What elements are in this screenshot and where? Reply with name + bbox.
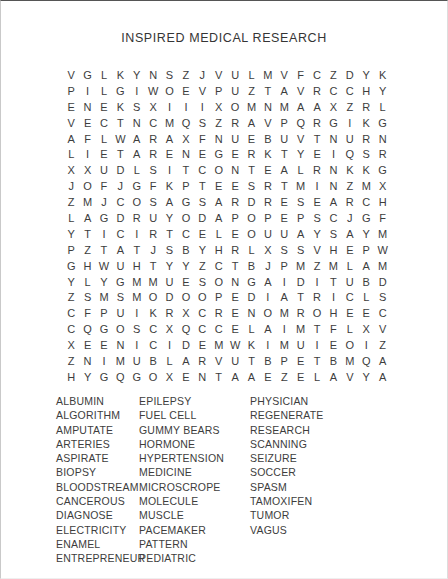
grid-cell[interactable]: M: [342, 353, 358, 369]
grid-cell[interactable]: N: [325, 162, 341, 178]
grid-cell[interactable]: P: [96, 305, 112, 321]
grid-cell[interactable]: N: [79, 99, 95, 115]
grid-cell[interactable]: X: [358, 321, 374, 337]
grid-cell[interactable]: Y: [161, 258, 177, 274]
grid-cell[interactable]: M: [374, 258, 390, 274]
grid-cell[interactable]: J: [145, 242, 161, 258]
grid-cell[interactable]: C: [145, 321, 161, 337]
grid-cell[interactable]: O: [178, 210, 194, 226]
grid-cell[interactable]: I: [260, 337, 276, 353]
grid-cell[interactable]: N: [243, 305, 259, 321]
grid-cell[interactable]: L: [96, 131, 112, 147]
grid-cell[interactable]: Z: [276, 369, 292, 385]
grid-cell[interactable]: Q: [342, 146, 358, 162]
grid-cell[interactable]: D: [178, 337, 194, 353]
grid-cell[interactable]: S: [194, 274, 210, 290]
grid-cell[interactable]: A: [161, 131, 177, 147]
grid-cell[interactable]: P: [211, 83, 227, 99]
grid-cell[interactable]: T: [309, 353, 325, 369]
grid-cell[interactable]: I: [96, 353, 112, 369]
grid-cell[interactable]: P: [292, 210, 308, 226]
grid-cell[interactable]: S: [145, 194, 161, 210]
grid-cell[interactable]: G: [63, 258, 79, 274]
grid-cell[interactable]: I: [129, 226, 145, 242]
grid-cell[interactable]: X: [178, 131, 194, 147]
grid-cell[interactable]: G: [325, 115, 341, 131]
grid-cell[interactable]: M: [96, 289, 112, 305]
grid-cell[interactable]: I: [358, 337, 374, 353]
grid-cell[interactable]: H: [129, 258, 145, 274]
grid-cell[interactable]: P: [276, 353, 292, 369]
grid-cell[interactable]: E: [227, 178, 243, 194]
grid-cell[interactable]: E: [194, 146, 210, 162]
grid-cell[interactable]: H: [325, 305, 341, 321]
grid-cell[interactable]: R: [260, 178, 276, 194]
grid-cell[interactable]: T: [96, 242, 112, 258]
grid-cell[interactable]: C: [325, 210, 341, 226]
grid-cell[interactable]: V: [211, 353, 227, 369]
grid-cell[interactable]: O: [79, 178, 95, 194]
grid-cell[interactable]: C: [309, 67, 325, 83]
grid-cell[interactable]: C: [145, 337, 161, 353]
grid-cell[interactable]: A: [211, 194, 227, 210]
grid-cell[interactable]: I: [161, 162, 177, 178]
grid-cell[interactable]: O: [243, 226, 259, 242]
grid-cell[interactable]: Z: [79, 242, 95, 258]
grid-cell[interactable]: S: [276, 242, 292, 258]
grid-cell[interactable]: P: [276, 258, 292, 274]
grid-cell[interactable]: U: [96, 162, 112, 178]
grid-cell[interactable]: Q: [178, 321, 194, 337]
grid-cell[interactable]: A: [374, 353, 390, 369]
grid-cell[interactable]: K: [243, 337, 259, 353]
grid-cell[interactable]: Y: [358, 67, 374, 83]
grid-cell[interactable]: Y: [79, 369, 95, 385]
grid-cell[interactable]: K: [374, 67, 390, 83]
grid-cell[interactable]: I: [276, 321, 292, 337]
grid-cell[interactable]: H: [325, 242, 341, 258]
grid-cell[interactable]: M: [161, 115, 177, 131]
grid-cell[interactable]: A: [292, 99, 308, 115]
grid-cell[interactable]: G: [374, 162, 390, 178]
grid-cell[interactable]: N: [227, 274, 243, 290]
grid-cell[interactable]: I: [194, 99, 210, 115]
grid-cell[interactable]: N: [260, 99, 276, 115]
grid-cell[interactable]: M: [292, 258, 308, 274]
grid-cell[interactable]: V: [260, 115, 276, 131]
grid-cell[interactable]: C: [194, 321, 210, 337]
grid-cell[interactable]: S: [292, 242, 308, 258]
grid-cell[interactable]: B: [325, 353, 341, 369]
grid-cell[interactable]: Z: [309, 258, 325, 274]
grid-cell[interactable]: D: [112, 210, 128, 226]
grid-cell[interactable]: M: [243, 99, 259, 115]
grid-cell[interactable]: E: [260, 162, 276, 178]
grid-cell[interactable]: Q: [79, 321, 95, 337]
grid-cell[interactable]: S: [161, 67, 177, 83]
grid-cell[interactable]: M: [374, 226, 390, 242]
grid-cell[interactable]: R: [309, 162, 325, 178]
grid-cell[interactable]: U: [260, 226, 276, 242]
grid-cell[interactable]: A: [129, 131, 145, 147]
grid-cell[interactable]: I: [309, 337, 325, 353]
grid-cell[interactable]: P: [358, 242, 374, 258]
grid-cell[interactable]: L: [63, 210, 79, 226]
grid-cell[interactable]: T: [227, 258, 243, 274]
grid-cell[interactable]: L: [243, 242, 259, 258]
grid-cell[interactable]: J: [194, 67, 210, 83]
grid-cell[interactable]: O: [211, 274, 227, 290]
grid-cell[interactable]: J: [112, 178, 128, 194]
grid-cell[interactable]: A: [374, 369, 390, 385]
grid-cell[interactable]: S: [161, 242, 177, 258]
grid-cell[interactable]: E: [276, 210, 292, 226]
grid-cell[interactable]: C: [342, 83, 358, 99]
grid-cell[interactable]: O: [112, 321, 128, 337]
grid-cell[interactable]: G: [243, 274, 259, 290]
grid-cell[interactable]: C: [112, 194, 128, 210]
grid-cell[interactable]: A: [260, 274, 276, 290]
grid-cell[interactable]: R: [211, 305, 227, 321]
grid-cell[interactable]: E: [227, 226, 243, 242]
grid-cell[interactable]: Z: [178, 67, 194, 83]
grid-cell[interactable]: Q: [178, 115, 194, 131]
grid-cell[interactable]: G: [112, 274, 128, 290]
grid-cell[interactable]: P: [260, 210, 276, 226]
grid-cell[interactable]: S: [129, 321, 145, 337]
grid-cell[interactable]: D: [161, 289, 177, 305]
grid-cell[interactable]: Z: [63, 194, 79, 210]
grid-cell[interactable]: C: [112, 226, 128, 242]
grid-cell[interactable]: E: [178, 369, 194, 385]
grid-cell[interactable]: K: [112, 99, 128, 115]
grid-cell[interactable]: Z: [342, 178, 358, 194]
grid-cell[interactable]: G: [374, 115, 390, 131]
grid-cell[interactable]: C: [194, 305, 210, 321]
grid-cell[interactable]: J: [260, 258, 276, 274]
grid-cell[interactable]: Z: [63, 353, 79, 369]
grid-cell[interactable]: Y: [358, 226, 374, 242]
grid-cell[interactable]: R: [145, 146, 161, 162]
grid-cell[interactable]: Y: [309, 226, 325, 242]
grid-cell[interactable]: R: [227, 194, 243, 210]
grid-cell[interactable]: S: [194, 194, 210, 210]
grid-cell[interactable]: L: [292, 162, 308, 178]
grid-cell[interactable]: S: [129, 99, 145, 115]
grid-cell[interactable]: T: [309, 321, 325, 337]
grid-cell[interactable]: L: [79, 274, 95, 290]
grid-cell[interactable]: U: [227, 131, 243, 147]
grid-cell[interactable]: F: [145, 178, 161, 194]
grid-cell[interactable]: Z: [194, 258, 210, 274]
grid-cell[interactable]: S: [243, 178, 259, 194]
grid-cell[interactable]: Y: [374, 83, 390, 99]
grid-cell[interactable]: R: [358, 131, 374, 147]
grid-cell[interactable]: P: [63, 242, 79, 258]
grid-cell[interactable]: Z: [243, 83, 259, 99]
grid-cell[interactable]: L: [243, 67, 259, 83]
grid-cell[interactable]: B: [145, 353, 161, 369]
grid-cell[interactable]: W: [112, 131, 128, 147]
grid-cell[interactable]: T: [161, 226, 177, 242]
grid-cell[interactable]: X: [211, 99, 227, 115]
grid-cell[interactable]: E: [227, 305, 243, 321]
grid-cell[interactable]: E: [79, 115, 95, 131]
grid-cell[interactable]: T: [112, 146, 128, 162]
grid-cell[interactable]: F: [79, 131, 95, 147]
grid-cell[interactable]: U: [292, 337, 308, 353]
grid-cell[interactable]: U: [227, 353, 243, 369]
grid-cell[interactable]: L: [243, 321, 259, 337]
grid-cell[interactable]: A: [243, 115, 259, 131]
grid-cell[interactable]: K: [161, 178, 177, 194]
grid-cell[interactable]: I: [325, 289, 341, 305]
grid-cell[interactable]: B: [260, 353, 276, 369]
grid-cell[interactable]: Y: [63, 226, 79, 242]
grid-cell[interactable]: J: [96, 194, 112, 210]
grid-cell[interactable]: K: [112, 67, 128, 83]
grid-cell[interactable]: M: [276, 99, 292, 115]
grid-cell[interactable]: A: [211, 210, 227, 226]
grid-cell[interactable]: U: [342, 274, 358, 290]
grid-cell[interactable]: D: [243, 289, 259, 305]
grid-cell[interactable]: O: [309, 305, 325, 321]
grid-cell[interactable]: I: [178, 99, 194, 115]
grid-cell[interactable]: T: [178, 162, 194, 178]
grid-cell[interactable]: A: [276, 162, 292, 178]
grid-cell[interactable]: J: [63, 178, 79, 194]
grid-cell[interactable]: S: [374, 289, 390, 305]
grid-cell[interactable]: E: [161, 146, 177, 162]
grid-cell[interactable]: V: [292, 83, 308, 99]
grid-cell[interactable]: A: [129, 146, 145, 162]
grid-cell[interactable]: Z: [325, 67, 341, 83]
grid-cell[interactable]: E: [292, 369, 308, 385]
grid-cell[interactable]: E: [260, 369, 276, 385]
grid-cell[interactable]: I: [79, 146, 95, 162]
grid-cell[interactable]: F: [325, 321, 341, 337]
grid-cell[interactable]: R: [309, 83, 325, 99]
grid-cell[interactable]: G: [79, 67, 95, 83]
grid-cell[interactable]: W: [145, 83, 161, 99]
grid-cell[interactable]: A: [178, 353, 194, 369]
grid-cell[interactable]: E: [96, 99, 112, 115]
grid-cell[interactable]: I: [129, 83, 145, 99]
grid-cell[interactable]: X: [178, 305, 194, 321]
grid-cell[interactable]: M: [276, 305, 292, 321]
grid-cell[interactable]: M: [145, 274, 161, 290]
grid-cell[interactable]: S: [79, 289, 95, 305]
grid-cell[interactable]: M: [260, 67, 276, 83]
grid-cell[interactable]: L: [96, 67, 112, 83]
grid-cell[interactable]: R: [260, 194, 276, 210]
grid-cell[interactable]: F: [96, 178, 112, 194]
grid-cell[interactable]: O: [145, 369, 161, 385]
grid-cell[interactable]: L: [374, 99, 390, 115]
grid-cell[interactable]: C: [145, 115, 161, 131]
grid-cell[interactable]: U: [276, 226, 292, 242]
grid-cell[interactable]: T: [194, 178, 210, 194]
grid-cell[interactable]: E: [309, 194, 325, 210]
grid-cell[interactable]: N: [79, 353, 95, 369]
grid-cell[interactable]: C: [63, 321, 79, 337]
grid-cell[interactable]: U: [276, 131, 292, 147]
grid-cell[interactable]: X: [161, 369, 177, 385]
grid-cell[interactable]: G: [358, 210, 374, 226]
grid-cell[interactable]: A: [325, 369, 341, 385]
grid-cell[interactable]: V: [309, 242, 325, 258]
grid-cell[interactable]: G: [112, 83, 128, 99]
grid-cell[interactable]: V: [211, 67, 227, 83]
grid-cell[interactable]: T: [129, 242, 145, 258]
grid-cell[interactable]: N: [211, 131, 227, 147]
grid-cell[interactable]: I: [129, 305, 145, 321]
grid-cell[interactable]: L: [342, 258, 358, 274]
grid-cell[interactable]: P: [276, 115, 292, 131]
grid-cell[interactable]: O: [227, 99, 243, 115]
grid-cell[interactable]: A: [260, 321, 276, 337]
grid-cell[interactable]: I: [309, 178, 325, 194]
grid-cell[interactable]: A: [63, 131, 79, 147]
grid-cell[interactable]: G: [211, 146, 227, 162]
grid-cell[interactable]: Y: [129, 67, 145, 83]
grid-cell[interactable]: X: [161, 321, 177, 337]
grid-cell[interactable]: V: [63, 67, 79, 83]
grid-cell[interactable]: N: [194, 369, 210, 385]
grid-cell[interactable]: M: [129, 289, 145, 305]
grid-cell[interactable]: E: [276, 194, 292, 210]
grid-cell[interactable]: M: [292, 178, 308, 194]
grid-cell[interactable]: Y: [358, 369, 374, 385]
grid-cell[interactable]: P: [211, 289, 227, 305]
grid-cell[interactable]: C: [358, 194, 374, 210]
grid-cell[interactable]: X: [79, 162, 95, 178]
grid-cell[interactable]: A: [342, 226, 358, 242]
grid-cell[interactable]: E: [96, 146, 112, 162]
grid-cell[interactable]: E: [227, 321, 243, 337]
grid-cell[interactable]: T: [79, 226, 95, 242]
grid-cell[interactable]: H: [63, 369, 79, 385]
grid-cell[interactable]: T: [276, 178, 292, 194]
grid-cell[interactable]: E: [194, 337, 210, 353]
grid-cell[interactable]: G: [129, 178, 145, 194]
grid-cell[interactable]: N: [129, 115, 145, 131]
grid-cell[interactable]: W: [227, 337, 243, 353]
grid-cell[interactable]: R: [227, 115, 243, 131]
grid-cell[interactable]: R: [194, 353, 210, 369]
grid-cell[interactable]: K: [342, 162, 358, 178]
grid-cell[interactable]: V: [374, 321, 390, 337]
grid-cell[interactable]: N: [145, 67, 161, 83]
grid-cell[interactable]: N: [325, 131, 341, 147]
grid-cell[interactable]: A: [112, 242, 128, 258]
grid-cell[interactable]: A: [358, 258, 374, 274]
grid-cell[interactable]: R: [309, 115, 325, 131]
grid-cell[interactable]: E: [342, 242, 358, 258]
grid-cell[interactable]: G: [96, 321, 112, 337]
grid-cell[interactable]: M: [129, 274, 145, 290]
grid-cell[interactable]: Y: [63, 274, 79, 290]
grid-cell[interactable]: B: [243, 258, 259, 274]
grid-cell[interactable]: A: [243, 369, 259, 385]
grid-cell[interactable]: K: [145, 305, 161, 321]
grid-cell[interactable]: Y: [161, 210, 177, 226]
grid-cell[interactable]: S: [358, 146, 374, 162]
grid-cell[interactable]: O: [243, 210, 259, 226]
grid-cell[interactable]: X: [63, 337, 79, 353]
grid-cell[interactable]: S: [112, 289, 128, 305]
grid-cell[interactable]: T: [309, 131, 325, 147]
grid-cell[interactable]: C: [178, 226, 194, 242]
grid-cell[interactable]: D: [342, 67, 358, 83]
grid-cell[interactable]: I: [161, 99, 177, 115]
grid-cell[interactable]: V: [342, 369, 358, 385]
grid-cell[interactable]: A: [79, 210, 95, 226]
grid-cell[interactable]: H: [79, 258, 95, 274]
grid-cell[interactable]: H: [358, 83, 374, 99]
grid-cell[interactable]: T: [260, 83, 276, 99]
grid-cell[interactable]: S: [145, 162, 161, 178]
grid-cell[interactable]: F: [292, 67, 308, 83]
grid-cell[interactable]: C: [194, 162, 210, 178]
grid-cell[interactable]: W: [96, 258, 112, 274]
grid-cell[interactable]: Q: [292, 115, 308, 131]
grid-cell[interactable]: X: [325, 99, 341, 115]
grid-cell[interactable]: E: [227, 146, 243, 162]
grid-cell[interactable]: D: [374, 274, 390, 290]
grid-cell[interactable]: J: [342, 210, 358, 226]
grid-cell[interactable]: Z: [63, 289, 79, 305]
grid-cell[interactable]: U: [112, 305, 128, 321]
grid-cell[interactable]: F: [374, 210, 390, 226]
grid-cell[interactable]: R: [292, 305, 308, 321]
grid-cell[interactable]: S: [292, 194, 308, 210]
grid-cell[interactable]: C: [325, 83, 341, 99]
grid-cell[interactable]: P: [227, 210, 243, 226]
grid-cell[interactable]: N: [178, 146, 194, 162]
grid-cell[interactable]: D: [292, 274, 308, 290]
grid-cell[interactable]: Y: [178, 258, 194, 274]
grid-cell[interactable]: M: [211, 337, 227, 353]
grid-cell[interactable]: T: [243, 353, 259, 369]
grid-cell[interactable]: U: [342, 131, 358, 147]
grid-cell[interactable]: I: [325, 146, 341, 162]
grid-cell[interactable]: P: [178, 178, 194, 194]
grid-cell[interactable]: E: [243, 131, 259, 147]
grid-cell[interactable]: Y: [292, 146, 308, 162]
grid-cell[interactable]: V: [194, 83, 210, 99]
grid-cell[interactable]: F: [79, 305, 95, 321]
grid-cell[interactable]: L: [129, 162, 145, 178]
grid-cell[interactable]: T: [292, 289, 308, 305]
grid-cell[interactable]: O: [145, 289, 161, 305]
grid-cell[interactable]: U: [227, 83, 243, 99]
grid-cell[interactable]: R: [129, 210, 145, 226]
grid-cell[interactable]: A: [276, 83, 292, 99]
grid-cell[interactable]: E: [292, 353, 308, 369]
grid-cell[interactable]: T: [112, 115, 128, 131]
grid-cell[interactable]: D: [194, 210, 210, 226]
grid-cell[interactable]: I: [276, 274, 292, 290]
grid-cell[interactable]: C: [211, 258, 227, 274]
grid-cell[interactable]: K: [260, 146, 276, 162]
grid-cell[interactable]: R: [145, 226, 161, 242]
grid-cell[interactable]: V: [276, 67, 292, 83]
grid-cell[interactable]: L: [211, 226, 227, 242]
grid-cell[interactable]: E: [194, 226, 210, 242]
grid-cell[interactable]: E: [63, 99, 79, 115]
grid-cell[interactable]: I: [129, 337, 145, 353]
